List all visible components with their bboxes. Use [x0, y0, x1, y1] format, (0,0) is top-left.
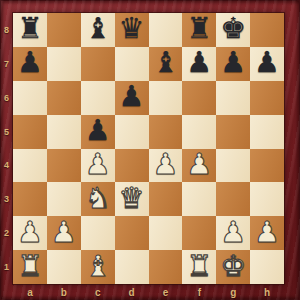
square-c6[interactable] [81, 81, 115, 115]
white-pawn-e4[interactable]: ♟ [152, 150, 178, 179]
square-h3[interactable] [250, 182, 284, 216]
black-pawn-d6[interactable]: ♟ [119, 82, 145, 111]
rank-label-7: 7 [0, 47, 13, 81]
square-d2[interactable] [115, 216, 149, 250]
square-h1[interactable] [250, 250, 284, 284]
file-labels: abcdefgh [13, 284, 284, 300]
rank-label-6: 6 [0, 81, 13, 115]
square-h8[interactable] [250, 13, 284, 47]
square-g3[interactable] [216, 182, 250, 216]
white-pawn-h2[interactable]: ♟ [254, 218, 280, 247]
square-b6[interactable] [47, 81, 81, 115]
file-label-g: g [216, 284, 250, 300]
square-e3[interactable] [149, 182, 183, 216]
white-pawn-a2[interactable]: ♟ [17, 218, 43, 247]
rank-label-8: 8 [0, 13, 13, 47]
chess-board-frame: 87654321 abcdefgh ♜♝♛♜♚♟♝♟♟♟♟♟♟♟♟♞♛♟♟♟♟♜… [0, 0, 300, 300]
square-h7[interactable]: ♟ [250, 47, 284, 81]
square-a8[interactable]: ♜ [13, 13, 47, 47]
square-c4[interactable]: ♟ [81, 149, 115, 183]
square-g7[interactable]: ♟ [216, 47, 250, 81]
file-label-b: b [47, 284, 81, 300]
black-rook-f8[interactable]: ♜ [186, 14, 212, 43]
square-d3[interactable]: ♛ [115, 182, 149, 216]
square-g5[interactable] [216, 115, 250, 149]
white-knight-c3[interactable]: ♞ [85, 184, 111, 213]
black-pawn-h7[interactable]: ♟ [254, 48, 280, 77]
chess-board: ♜♝♛♜♚♟♝♟♟♟♟♟♟♟♟♞♛♟♟♟♟♜♝♜♚ [13, 13, 284, 284]
black-pawn-f7[interactable]: ♟ [186, 48, 212, 77]
square-g8[interactable]: ♚ [216, 13, 250, 47]
square-a1[interactable]: ♜ [13, 250, 47, 284]
square-a6[interactable] [13, 81, 47, 115]
square-h4[interactable] [250, 149, 284, 183]
file-label-f: f [182, 284, 216, 300]
square-b3[interactable] [47, 182, 81, 216]
rank-label-4: 4 [0, 149, 13, 183]
white-pawn-c4[interactable]: ♟ [85, 150, 111, 179]
rank-label-2: 2 [0, 216, 13, 250]
square-f6[interactable] [182, 81, 216, 115]
square-e1[interactable] [149, 250, 183, 284]
square-f5[interactable] [182, 115, 216, 149]
rank-label-3: 3 [0, 182, 13, 216]
square-h2[interactable]: ♟ [250, 216, 284, 250]
square-h6[interactable] [250, 81, 284, 115]
square-f8[interactable]: ♜ [182, 13, 216, 47]
black-bishop-c8[interactable]: ♝ [85, 14, 111, 43]
square-d1[interactable] [115, 250, 149, 284]
white-rook-f1[interactable]: ♜ [186, 252, 212, 281]
square-c3[interactable]: ♞ [81, 182, 115, 216]
square-d6[interactable]: ♟ [115, 81, 149, 115]
file-label-h: h [250, 284, 284, 300]
square-e4[interactable]: ♟ [149, 149, 183, 183]
square-e6[interactable] [149, 81, 183, 115]
square-f2[interactable] [182, 216, 216, 250]
square-b8[interactable] [47, 13, 81, 47]
black-pawn-c5[interactable]: ♟ [85, 116, 111, 145]
black-queen-d8[interactable]: ♛ [119, 14, 145, 43]
white-king-g1[interactable]: ♚ [220, 252, 246, 281]
square-a7[interactable]: ♟ [13, 47, 47, 81]
black-bishop-e7[interactable]: ♝ [152, 48, 178, 77]
white-queen-d3[interactable]: ♛ [119, 184, 145, 213]
file-label-a: a [13, 284, 47, 300]
white-pawn-g2[interactable]: ♟ [220, 218, 246, 247]
square-f7[interactable]: ♟ [182, 47, 216, 81]
white-bishop-c1[interactable]: ♝ [85, 252, 111, 281]
file-label-e: e [149, 284, 183, 300]
square-b1[interactable] [47, 250, 81, 284]
square-c8[interactable]: ♝ [81, 13, 115, 47]
square-b4[interactable] [47, 149, 81, 183]
square-b7[interactable] [47, 47, 81, 81]
square-e7[interactable]: ♝ [149, 47, 183, 81]
square-g4[interactable] [216, 149, 250, 183]
square-c1[interactable]: ♝ [81, 250, 115, 284]
square-g6[interactable] [216, 81, 250, 115]
black-rook-a8[interactable]: ♜ [17, 14, 43, 43]
square-a5[interactable] [13, 115, 47, 149]
square-e5[interactable] [149, 115, 183, 149]
white-pawn-b2[interactable]: ♟ [51, 218, 77, 247]
square-d7[interactable] [115, 47, 149, 81]
rank-labels: 87654321 [0, 13, 13, 284]
square-d5[interactable] [115, 115, 149, 149]
square-a3[interactable] [13, 182, 47, 216]
square-a2[interactable]: ♟ [13, 216, 47, 250]
square-b5[interactable] [47, 115, 81, 149]
square-e2[interactable] [149, 216, 183, 250]
file-label-d: d [115, 284, 149, 300]
square-f4[interactable]: ♟ [182, 149, 216, 183]
square-f3[interactable] [182, 182, 216, 216]
square-e8[interactable] [149, 13, 183, 47]
rank-label-5: 5 [0, 115, 13, 149]
square-d8[interactable]: ♛ [115, 13, 149, 47]
square-f1[interactable]: ♜ [182, 250, 216, 284]
black-pawn-a7[interactable]: ♟ [17, 48, 43, 77]
black-king-g8[interactable]: ♚ [220, 14, 246, 43]
white-rook-a1[interactable]: ♜ [17, 252, 43, 281]
square-g2[interactable]: ♟ [216, 216, 250, 250]
file-label-c: c [81, 284, 115, 300]
square-c5[interactable]: ♟ [81, 115, 115, 149]
white-pawn-f4[interactable]: ♟ [186, 150, 212, 179]
square-c7[interactable] [81, 47, 115, 81]
square-d4[interactable] [115, 149, 149, 183]
rank-label-1: 1 [0, 250, 13, 284]
square-b2[interactable]: ♟ [47, 216, 81, 250]
square-c2[interactable] [81, 216, 115, 250]
square-g1[interactable]: ♚ [216, 250, 250, 284]
black-pawn-g7[interactable]: ♟ [220, 48, 246, 77]
square-a4[interactable] [13, 149, 47, 183]
square-h5[interactable] [250, 115, 284, 149]
